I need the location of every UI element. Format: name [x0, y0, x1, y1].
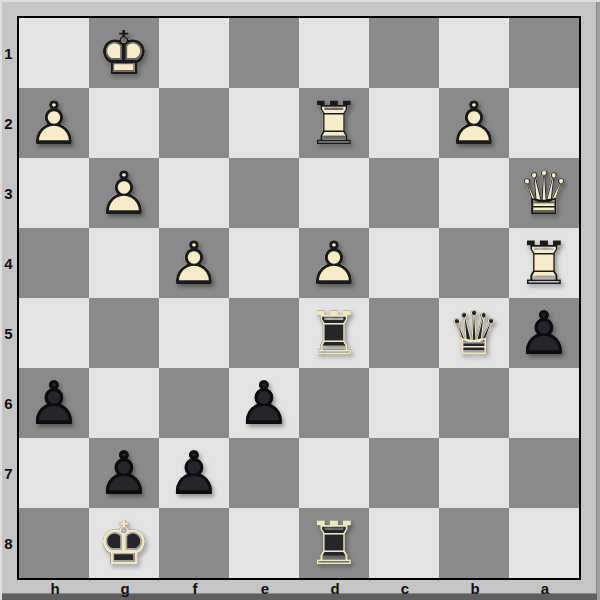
- rank-label-2: 2: [0, 88, 17, 158]
- black-pawn-outline-icon: ♙: [19, 368, 89, 438]
- square-h2[interactable]: ♟♙: [19, 88, 89, 158]
- piece-black-pawn-h6: ♟♙: [19, 368, 89, 438]
- square-e6[interactable]: ♟♙: [229, 368, 299, 438]
- piece-white-pawn-g3: ♟♙: [89, 158, 159, 228]
- square-g2[interactable]: [89, 88, 159, 158]
- square-d7[interactable]: [299, 438, 369, 508]
- white-queen-outline-icon: ♕: [509, 158, 579, 228]
- board-frame: ♚♔♟♙♜♖♟♙♟♙♛♕♟♙♟♙♜♖♜♖♛♕♟♙♟♙♟♙♟♙♟♙♚♔♜♖: [17, 16, 581, 580]
- piece-white-queen-a3: ♛♕: [509, 158, 579, 228]
- file-label-h: h: [20, 580, 90, 597]
- square-f5[interactable]: [159, 298, 229, 368]
- square-f4[interactable]: ♟♙: [159, 228, 229, 298]
- chess-board: ♚♔♟♙♜♖♟♙♟♙♛♕♟♙♟♙♜♖♜♖♛♕♟♙♟♙♟♙♟♙♟♙♚♔♜♖: [19, 18, 579, 578]
- black-king-outline-icon: ♔: [89, 508, 159, 578]
- rank-label-6: 6: [0, 368, 17, 438]
- square-b6[interactable]: [439, 368, 509, 438]
- square-g6[interactable]: [89, 368, 159, 438]
- white-pawn-outline-icon: ♙: [89, 158, 159, 228]
- file-label-e: e: [230, 580, 300, 597]
- rank-label-5: 5: [0, 298, 17, 368]
- square-h4[interactable]: [19, 228, 89, 298]
- square-e8[interactable]: [229, 508, 299, 578]
- square-e2[interactable]: [229, 88, 299, 158]
- square-h7[interactable]: [19, 438, 89, 508]
- square-a2[interactable]: [509, 88, 579, 158]
- square-f8[interactable]: [159, 508, 229, 578]
- square-a3[interactable]: ♛♕: [509, 158, 579, 228]
- piece-white-pawn-d4: ♟♙: [299, 228, 369, 298]
- file-label-g: g: [90, 580, 160, 597]
- square-d1[interactable]: [299, 18, 369, 88]
- black-rook-outline-icon: ♖: [299, 298, 369, 368]
- square-h3[interactable]: [19, 158, 89, 228]
- square-c2[interactable]: [369, 88, 439, 158]
- piece-black-pawn-a5: ♟♙: [509, 298, 579, 368]
- square-b8[interactable]: [439, 508, 509, 578]
- square-h5[interactable]: [19, 298, 89, 368]
- file-label-f: f: [160, 580, 230, 597]
- square-f1[interactable]: [159, 18, 229, 88]
- square-c1[interactable]: [369, 18, 439, 88]
- rank-label-7: 7: [0, 438, 17, 508]
- square-d5[interactable]: ♜♖: [299, 298, 369, 368]
- file-labels: hgfedcba: [20, 580, 580, 595]
- square-h6[interactable]: ♟♙: [19, 368, 89, 438]
- piece-black-king-g8: ♚♔: [89, 508, 159, 578]
- piece-white-pawn-f4: ♟♙: [159, 228, 229, 298]
- square-e7[interactable]: [229, 438, 299, 508]
- rank-label-8: 8: [0, 508, 17, 578]
- piece-black-queen-b5: ♛♕: [439, 298, 509, 368]
- piece-white-pawn-h2: ♟♙: [19, 88, 89, 158]
- rank-labels: 12345678: [0, 18, 17, 578]
- rank-label-4: 4: [0, 228, 17, 298]
- file-label-b: b: [440, 580, 510, 597]
- square-a6[interactable]: [509, 368, 579, 438]
- square-c6[interactable]: [369, 368, 439, 438]
- piece-black-pawn-e6: ♟♙: [229, 368, 299, 438]
- square-c3[interactable]: [369, 158, 439, 228]
- black-rook-outline-icon: ♖: [299, 508, 369, 578]
- rank-label-3: 3: [0, 158, 17, 228]
- piece-white-pawn-b2: ♟♙: [439, 88, 509, 158]
- square-g4[interactable]: [89, 228, 159, 298]
- square-c4[interactable]: [369, 228, 439, 298]
- square-f7[interactable]: ♟♙: [159, 438, 229, 508]
- square-g7[interactable]: ♟♙: [89, 438, 159, 508]
- square-d6[interactable]: [299, 368, 369, 438]
- white-pawn-outline-icon: ♙: [159, 228, 229, 298]
- white-rook-outline-icon: ♖: [299, 88, 369, 158]
- piece-black-pawn-g7: ♟♙: [89, 438, 159, 508]
- white-pawn-outline-icon: ♙: [439, 88, 509, 158]
- square-a1[interactable]: [509, 18, 579, 88]
- piece-black-rook-d5: ♜♖: [299, 298, 369, 368]
- square-g1[interactable]: ♚♔: [89, 18, 159, 88]
- square-a5[interactable]: ♟♙: [509, 298, 579, 368]
- black-queen-outline-icon: ♕: [439, 298, 509, 368]
- piece-white-rook-d2: ♜♖: [299, 88, 369, 158]
- square-a7[interactable]: [509, 438, 579, 508]
- square-b7[interactable]: [439, 438, 509, 508]
- black-pawn-outline-icon: ♙: [509, 298, 579, 368]
- black-pawn-outline-icon: ♙: [159, 438, 229, 508]
- piece-white-rook-a4: ♜♖: [509, 228, 579, 298]
- square-d2[interactable]: ♜♖: [299, 88, 369, 158]
- square-d3[interactable]: [299, 158, 369, 228]
- square-d4[interactable]: ♟♙: [299, 228, 369, 298]
- square-h8[interactable]: [19, 508, 89, 578]
- square-e5[interactable]: [229, 298, 299, 368]
- square-d8[interactable]: ♜♖: [299, 508, 369, 578]
- square-g5[interactable]: [89, 298, 159, 368]
- square-f2[interactable]: [159, 88, 229, 158]
- file-label-a: a: [510, 580, 580, 597]
- white-king-outline-icon: ♔: [89, 18, 159, 88]
- square-c7[interactable]: [369, 438, 439, 508]
- square-a8[interactable]: [509, 508, 579, 578]
- piece-black-rook-d8: ♜♖: [299, 508, 369, 578]
- white-rook-outline-icon: ♖: [509, 228, 579, 298]
- square-b4[interactable]: [439, 228, 509, 298]
- black-pawn-outline-icon: ♙: [229, 368, 299, 438]
- piece-white-king-g1: ♚♔: [89, 18, 159, 88]
- white-pawn-outline-icon: ♙: [19, 88, 89, 158]
- square-g8[interactable]: ♚♔: [89, 508, 159, 578]
- square-b5[interactable]: ♛♕: [439, 298, 509, 368]
- square-e1[interactable]: [229, 18, 299, 88]
- file-label-d: d: [300, 580, 370, 597]
- square-h1[interactable]: [19, 18, 89, 88]
- square-f6[interactable]: [159, 368, 229, 438]
- square-c5[interactable]: [369, 298, 439, 368]
- square-f3[interactable]: [159, 158, 229, 228]
- piece-black-pawn-f7: ♟♙: [159, 438, 229, 508]
- square-b3[interactable]: [439, 158, 509, 228]
- square-e3[interactable]: [229, 158, 299, 228]
- square-c8[interactable]: [369, 508, 439, 578]
- square-a4[interactable]: ♜♖: [509, 228, 579, 298]
- black-pawn-outline-icon: ♙: [89, 438, 159, 508]
- diagram-frame: 12345678 ♚♔♟♙♜♖♟♙♟♙♛♕♟♙♟♙♜♖♜♖♛♕♟♙♟♙♟♙♟♙♟…: [0, 0, 600, 600]
- rank-label-1: 1: [0, 18, 17, 88]
- square-b1[interactable]: [439, 18, 509, 88]
- white-pawn-outline-icon: ♙: [299, 228, 369, 298]
- square-b2[interactable]: ♟♙: [439, 88, 509, 158]
- square-e4[interactable]: [229, 228, 299, 298]
- file-label-c: c: [370, 580, 440, 597]
- square-g3[interactable]: ♟♙: [89, 158, 159, 228]
